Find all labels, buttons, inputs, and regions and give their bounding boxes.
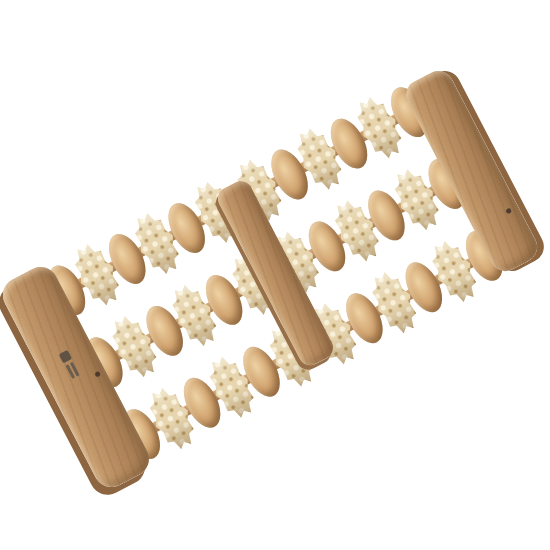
- axle-pin-hole: [94, 371, 101, 378]
- brand-logo-icon: [59, 350, 72, 363]
- brand-stamp-icon: [59, 350, 81, 379]
- product-photo: [0, 0, 550, 550]
- wooden-foot-massager: [0, 57, 547, 494]
- brand-stamp-text-marks: [66, 362, 80, 379]
- axle-pin-hole: [505, 208, 512, 215]
